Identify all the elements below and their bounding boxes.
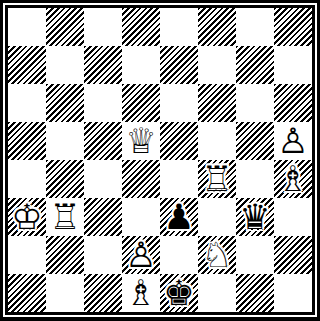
square-e7[interactable] [160, 46, 198, 84]
piece-halo: ♞ [198, 236, 236, 274]
piece-white-king: ♔ [8, 198, 46, 236]
piece-halo: ♚ [160, 274, 198, 312]
square-g6[interactable] [236, 84, 274, 122]
square-c7[interactable] [84, 46, 122, 84]
square-a5[interactable] [8, 122, 46, 160]
square-e5[interactable] [160, 122, 198, 160]
square-g2[interactable] [236, 236, 274, 274]
square-a2[interactable] [8, 236, 46, 274]
square-f5[interactable] [198, 122, 236, 160]
piece-halo: ♝ [122, 274, 160, 312]
square-b2[interactable] [46, 236, 84, 274]
square-c4[interactable] [84, 160, 122, 198]
piece-halo: ♟ [274, 122, 312, 160]
piece-black-king: ♚ [160, 274, 198, 312]
square-g7[interactable] [236, 46, 274, 84]
square-h4[interactable]: ♝♗ [274, 160, 312, 198]
square-h3[interactable] [274, 198, 312, 236]
square-a7[interactable] [8, 46, 46, 84]
piece-white-queen: ♕ [122, 122, 160, 160]
square-b4[interactable] [46, 160, 84, 198]
square-a1[interactable] [8, 274, 46, 312]
square-e6[interactable] [160, 84, 198, 122]
piece-halo: ♜ [46, 198, 84, 236]
square-f8[interactable] [198, 8, 236, 46]
piece-white-pawn: ♙ [122, 236, 160, 274]
square-g3[interactable]: ♛♛ [236, 198, 274, 236]
square-c2[interactable] [84, 236, 122, 274]
piece-halo: ♜ [198, 160, 236, 198]
square-h5[interactable]: ♟♙ [274, 122, 312, 160]
square-e4[interactable] [160, 160, 198, 198]
square-e8[interactable] [160, 8, 198, 46]
piece-halo: ♛ [122, 122, 160, 160]
square-b8[interactable] [46, 8, 84, 46]
square-f7[interactable] [198, 46, 236, 84]
square-h2[interactable] [274, 236, 312, 274]
piece-halo: ♝ [274, 160, 312, 198]
square-g8[interactable] [236, 8, 274, 46]
piece-halo: ♟ [122, 236, 160, 274]
square-f6[interactable] [198, 84, 236, 122]
square-h8[interactable] [274, 8, 312, 46]
piece-halo: ♟ [160, 198, 198, 236]
piece-black-pawn: ♟ [160, 198, 198, 236]
piece-halo: ♛ [236, 198, 274, 236]
piece-halo: ♚ [8, 198, 46, 236]
piece-white-knight: ♘ [198, 236, 236, 274]
piece-white-bishop: ♗ [274, 160, 312, 198]
square-f2[interactable]: ♞♘ [198, 236, 236, 274]
piece-white-rook: ♖ [46, 198, 84, 236]
square-d6[interactable] [122, 84, 160, 122]
square-c3[interactable] [84, 198, 122, 236]
square-b5[interactable] [46, 122, 84, 160]
chess-board: ♛♕♟♙♜♖♝♗♚♔♜♖♟♟♛♛♟♙♞♘♝♗♚♚ [8, 8, 312, 312]
square-d2[interactable]: ♟♙ [122, 236, 160, 274]
square-d7[interactable] [122, 46, 160, 84]
square-a4[interactable] [8, 160, 46, 198]
square-h7[interactable] [274, 46, 312, 84]
square-b6[interactable] [46, 84, 84, 122]
square-d8[interactable] [122, 8, 160, 46]
square-c6[interactable] [84, 84, 122, 122]
square-g1[interactable] [236, 274, 274, 312]
square-a6[interactable] [8, 84, 46, 122]
square-e3[interactable]: ♟♟ [160, 198, 198, 236]
square-h1[interactable] [274, 274, 312, 312]
square-f3[interactable] [198, 198, 236, 236]
square-b7[interactable] [46, 46, 84, 84]
square-b3[interactable]: ♜♖ [46, 198, 84, 236]
board-inner-border: ♛♕♟♙♜♖♝♗♚♔♜♖♟♟♛♛♟♙♞♘♝♗♚♚ [5, 5, 315, 315]
square-d1[interactable]: ♝♗ [122, 274, 160, 312]
square-b1[interactable] [46, 274, 84, 312]
square-d4[interactable] [122, 160, 160, 198]
square-c8[interactable] [84, 8, 122, 46]
piece-white-pawn: ♙ [274, 122, 312, 160]
square-d5[interactable]: ♛♕ [122, 122, 160, 160]
square-c1[interactable] [84, 274, 122, 312]
square-a3[interactable]: ♚♔ [8, 198, 46, 236]
square-g4[interactable] [236, 160, 274, 198]
square-c5[interactable] [84, 122, 122, 160]
piece-black-queen: ♛ [236, 198, 274, 236]
square-e2[interactable] [160, 236, 198, 274]
square-g5[interactable] [236, 122, 274, 160]
square-h6[interactable] [274, 84, 312, 122]
square-f4[interactable]: ♜♖ [198, 160, 236, 198]
square-d3[interactable] [122, 198, 160, 236]
piece-white-rook: ♖ [198, 160, 236, 198]
piece-white-bishop: ♗ [122, 274, 160, 312]
square-f1[interactable] [198, 274, 236, 312]
board-frame: ♛♕♟♙♜♖♝♗♚♔♜♖♟♟♛♛♟♙♞♘♝♗♚♚ [0, 0, 320, 321]
square-a8[interactable] [8, 8, 46, 46]
square-e1[interactable]: ♚♚ [160, 274, 198, 312]
